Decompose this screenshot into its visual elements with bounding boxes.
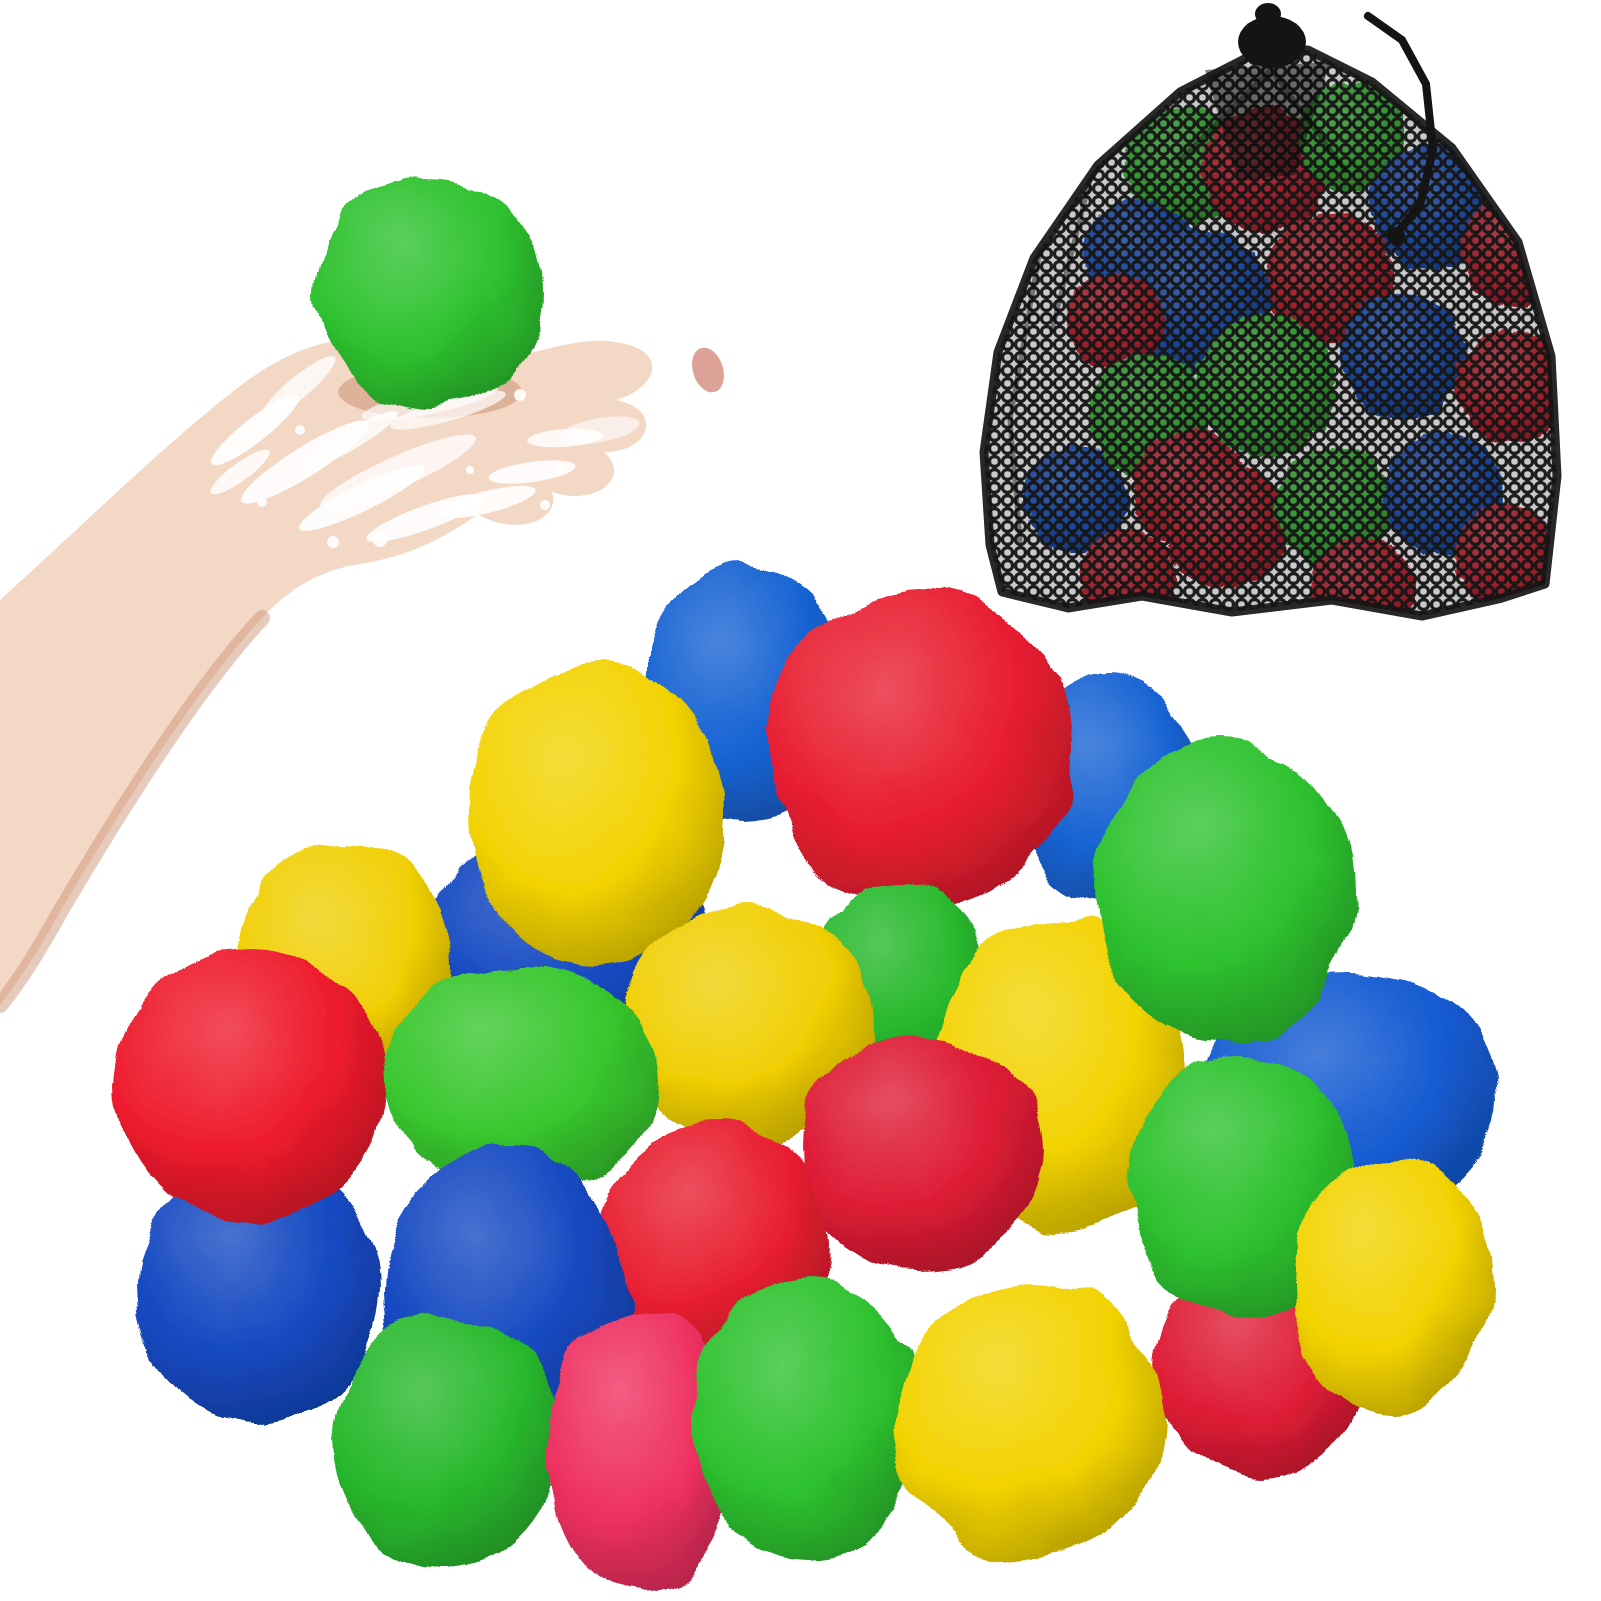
pile-ball-yellow (1290, 1155, 1490, 1415)
fingertip (687, 343, 730, 396)
splash-drop (540, 500, 550, 510)
splash-drop (295, 425, 305, 435)
scene-svg (0, 0, 1601, 1601)
pile-ball-red (117, 947, 387, 1223)
knot-tail (1255, 3, 1281, 25)
pile-ball-green (333, 1315, 557, 1565)
splash-drop (327, 536, 339, 548)
pile-ball-red (768, 590, 1072, 910)
splash-drop (497, 523, 507, 533)
pile-ball-yellow (895, 1280, 1165, 1560)
splash-drop (556, 466, 564, 474)
green-ball-in-hand (318, 174, 542, 410)
cord-toggle (1387, 227, 1405, 245)
splash-drop (434, 538, 446, 550)
pile-ball-green (1095, 740, 1355, 1040)
mesh-bag-of-balls (984, 3, 1574, 643)
splash-drop (514, 389, 526, 401)
splash-drop (466, 466, 474, 474)
pile-of-balls (117, 565, 1500, 1595)
splash-drop (257, 497, 267, 507)
pile-ball-green (696, 1280, 920, 1560)
product-photo (0, 0, 1601, 1601)
pile-ball-red (798, 1032, 1042, 1268)
splash-drop (373, 533, 387, 547)
